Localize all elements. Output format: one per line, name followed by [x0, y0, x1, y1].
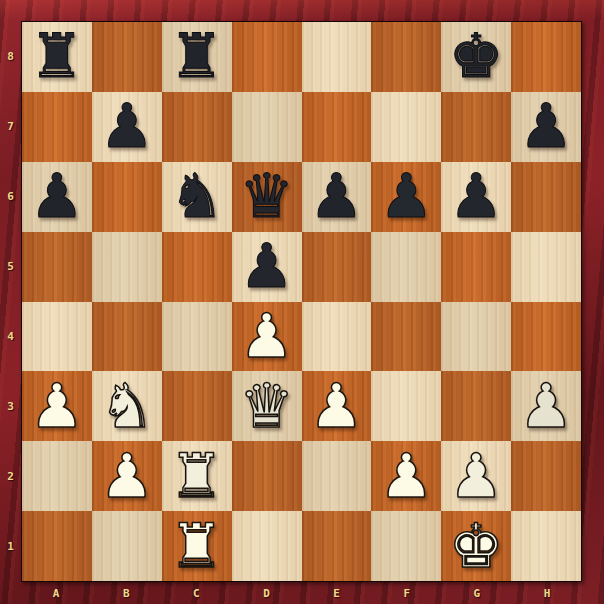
square-f6[interactable]: ♟ — [371, 162, 441, 232]
square-g1[interactable]: ♚ — [441, 511, 511, 581]
white-knight-piece[interactable]: ♞ — [99, 375, 154, 436]
white-pawn-piece[interactable]: ♟ — [379, 445, 434, 506]
square-f3[interactable] — [371, 371, 441, 441]
white-rook-piece[interactable]: ♜ — [169, 445, 224, 506]
square-d7[interactable] — [232, 92, 302, 162]
square-a7[interactable] — [22, 92, 92, 162]
square-b4[interactable] — [92, 302, 162, 372]
square-a1[interactable] — [22, 511, 92, 581]
square-f5[interactable] — [371, 232, 441, 302]
file-label-f: F — [403, 587, 410, 600]
white-pawn-piece[interactable]: ♟ — [239, 305, 294, 366]
rank-label-6: 6 — [7, 190, 14, 203]
square-a8[interactable]: ♜ — [22, 22, 92, 92]
square-e7[interactable] — [302, 92, 372, 162]
square-g6[interactable]: ♟ — [441, 162, 511, 232]
rank-labels: 87654321 — [0, 21, 21, 582]
file-label-b: B — [123, 587, 130, 600]
square-c5[interactable] — [162, 232, 232, 302]
square-h1[interactable] — [511, 511, 581, 581]
black-rook-piece[interactable]: ♜ — [30, 25, 85, 86]
square-c3[interactable] — [162, 371, 232, 441]
square-b7[interactable]: ♟ — [92, 92, 162, 162]
square-b5[interactable] — [92, 232, 162, 302]
square-d4[interactable]: ♟ — [232, 302, 302, 372]
square-f2[interactable]: ♟ — [371, 441, 441, 511]
rank-label-5: 5 — [7, 260, 14, 273]
black-pawn-piece[interactable]: ♟ — [379, 165, 434, 226]
square-g8[interactable]: ♚ — [441, 22, 511, 92]
square-e3[interactable]: ♟ — [302, 371, 372, 441]
black-queen-piece[interactable]: ♛ — [239, 165, 294, 226]
square-e1[interactable] — [302, 511, 372, 581]
rank-label-4: 4 — [7, 330, 14, 343]
square-c4[interactable] — [162, 302, 232, 372]
square-h3[interactable]: ♟ — [511, 371, 581, 441]
square-f7[interactable] — [371, 92, 441, 162]
black-pawn-piece[interactable]: ♟ — [239, 235, 294, 296]
square-g4[interactable] — [441, 302, 511, 372]
rank-label-8: 8 — [7, 50, 14, 63]
square-a2[interactable] — [22, 441, 92, 511]
square-d2[interactable] — [232, 441, 302, 511]
black-king-piece[interactable]: ♚ — [449, 25, 504, 86]
file-label-c: C — [193, 587, 200, 600]
white-pawn-piece[interactable]: ♟ — [449, 445, 504, 506]
white-pawn-piece[interactable]: ♟ — [30, 375, 85, 436]
black-pawn-piece[interactable]: ♟ — [99, 95, 154, 156]
square-c7[interactable] — [162, 92, 232, 162]
square-f8[interactable] — [371, 22, 441, 92]
white-pawn-piece[interactable]: ♟ — [519, 375, 574, 436]
square-c6[interactable]: ♞ — [162, 162, 232, 232]
square-a5[interactable] — [22, 232, 92, 302]
square-g7[interactable] — [441, 92, 511, 162]
black-knight-piece[interactable]: ♞ — [169, 165, 224, 226]
black-rook-piece[interactable]: ♜ — [169, 25, 224, 86]
square-a3[interactable]: ♟ — [22, 371, 92, 441]
square-e2[interactable] — [302, 441, 372, 511]
square-e6[interactable]: ♟ — [302, 162, 372, 232]
white-pawn-piece[interactable]: ♟ — [309, 375, 364, 436]
square-e4[interactable] — [302, 302, 372, 372]
square-b8[interactable] — [92, 22, 162, 92]
square-f4[interactable] — [371, 302, 441, 372]
white-pawn-piece[interactable]: ♟ — [99, 445, 154, 506]
square-h8[interactable] — [511, 22, 581, 92]
square-e5[interactable] — [302, 232, 372, 302]
square-a6[interactable]: ♟ — [22, 162, 92, 232]
square-a4[interactable] — [22, 302, 92, 372]
square-b1[interactable] — [92, 511, 162, 581]
square-b6[interactable] — [92, 162, 162, 232]
square-c8[interactable]: ♜ — [162, 22, 232, 92]
chess-board-frame: 87654321 ♜♜♚♟♟♟♞♛♟♟♟♟♟♟♞♛♟♟♟♜♟♟♜♚ ABCDEF… — [0, 0, 604, 604]
square-e8[interactable] — [302, 22, 372, 92]
square-f1[interactable] — [371, 511, 441, 581]
square-h2[interactable] — [511, 441, 581, 511]
square-b2[interactable]: ♟ — [92, 441, 162, 511]
file-label-g: G — [474, 587, 481, 600]
file-label-e: E — [333, 587, 340, 600]
square-d6[interactable]: ♛ — [232, 162, 302, 232]
rank-label-7: 7 — [7, 120, 14, 133]
square-c2[interactable]: ♜ — [162, 441, 232, 511]
file-label-d: D — [263, 587, 270, 600]
rank-label-2: 2 — [7, 470, 14, 483]
white-queen-piece[interactable]: ♛ — [239, 375, 294, 436]
black-pawn-piece[interactable]: ♟ — [449, 165, 504, 226]
square-h4[interactable] — [511, 302, 581, 372]
square-g2[interactable]: ♟ — [441, 441, 511, 511]
black-pawn-piece[interactable]: ♟ — [30, 165, 85, 226]
square-b3[interactable]: ♞ — [92, 371, 162, 441]
square-h6[interactable] — [511, 162, 581, 232]
square-h7[interactable]: ♟ — [511, 92, 581, 162]
black-pawn-piece[interactable]: ♟ — [519, 95, 574, 156]
square-d3[interactable]: ♛ — [232, 371, 302, 441]
file-label-a: A — [53, 587, 60, 600]
file-label-h: H — [544, 587, 551, 600]
black-pawn-piece[interactable]: ♟ — [309, 165, 364, 226]
square-g5[interactable] — [441, 232, 511, 302]
square-h5[interactable] — [511, 232, 581, 302]
board-grid: ♜♜♚♟♟♟♞♛♟♟♟♟♟♟♞♛♟♟♟♜♟♟♜♚ — [21, 21, 582, 582]
square-g3[interactable] — [441, 371, 511, 441]
rank-label-3: 3 — [7, 400, 14, 413]
rank-label-1: 1 — [7, 540, 14, 553]
square-d1[interactable] — [232, 511, 302, 581]
file-labels: ABCDEFGH — [21, 582, 582, 604]
square-d5[interactable]: ♟ — [232, 232, 302, 302]
square-d8[interactable] — [232, 22, 302, 92]
square-c1[interactable]: ♜ — [162, 511, 232, 581]
white-king-piece[interactable]: ♚ — [449, 515, 504, 576]
white-rook-piece[interactable]: ♜ — [169, 515, 224, 576]
